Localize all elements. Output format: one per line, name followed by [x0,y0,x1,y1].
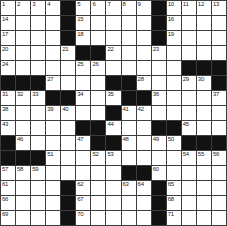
letter-cell[interactable] [91,181,105,195]
letter-cell[interactable]: 4 [46,1,60,15]
clue-number: 46 [17,136,23,143]
letter-cell[interactable]: 53 [106,151,120,165]
block-cell [106,136,120,150]
letter-cell[interactable] [31,181,45,195]
block-cell [152,31,166,45]
block-cell [61,31,75,45]
letter-cell[interactable] [106,196,120,210]
clue-number: 31 [2,91,8,98]
clue-number: 55 [198,151,204,158]
clue-number: 67 [77,196,83,203]
letter-cell[interactable] [167,91,181,105]
letter-cell[interactable]: 1 [1,1,15,15]
letter-cell[interactable] [16,211,30,225]
clue-number: 51 [47,151,53,158]
letter-cell[interactable] [76,151,90,165]
clue-number: 30 [198,76,204,83]
block-cell [31,151,45,165]
letter-cell[interactable] [31,121,45,135]
block-cell [16,151,30,165]
block-cell [182,136,196,150]
letter-cell[interactable] [212,46,226,60]
letter-cell[interactable]: 25 [76,61,90,75]
letter-cell[interactable] [106,181,120,195]
clue-number: 40 [62,106,68,113]
block-cell [182,61,196,75]
clue-number: 18 [77,31,83,38]
letter-cell[interactable] [31,16,45,30]
letter-cell[interactable] [167,166,181,180]
letter-cell[interactable] [137,151,151,165]
block-cell [122,91,136,105]
letter-cell[interactable] [76,166,90,180]
clue-number: 23 [153,46,159,53]
clue-number: 50 [168,136,174,143]
block-cell [122,166,136,180]
clue-number: 17 [2,31,8,38]
letter-cell[interactable] [106,166,120,180]
letter-cell[interactable]: 64 [137,181,151,195]
block-cell [16,76,30,90]
letter-cell[interactable] [212,181,226,195]
letter-cell[interactable]: 21 [61,46,75,60]
letter-cell[interactable]: 22 [106,46,120,60]
block-cell [1,76,15,90]
letter-cell[interactable]: 70 [76,211,90,225]
letter-cell[interactable] [31,136,45,150]
letter-cell[interactable] [197,121,211,135]
letter-cell[interactable] [91,16,105,30]
clue-number: 11 [183,1,189,8]
letter-cell[interactable]: 36 [152,91,166,105]
letter-cell[interactable] [122,121,136,135]
letter-cell[interactable] [167,151,181,165]
letter-cell[interactable]: 30 [197,76,211,90]
letter-cell[interactable]: 32 [16,91,30,105]
letter-cell[interactable] [106,211,120,225]
clue-number: 48 [123,136,129,143]
letter-cell[interactable] [137,46,151,60]
clue-number: 54 [183,151,189,158]
letter-cell[interactable] [31,61,45,75]
letter-cell[interactable]: 9 [137,1,151,15]
letter-cell[interactable] [122,16,136,30]
clue-number: 44 [107,121,113,128]
clue-number: 58 [17,166,23,173]
block-cell [76,46,90,60]
letter-cell[interactable] [31,196,45,210]
clue-number: 71 [168,211,174,218]
letter-cell[interactable] [122,151,136,165]
letter-cell[interactable] [137,121,151,135]
letter-cell[interactable]: 16 [167,16,181,30]
block-cell [76,121,90,135]
letter-cell[interactable] [46,46,60,60]
clue-number: 52 [92,151,98,158]
block-cell [212,76,226,90]
block-cell [137,166,151,180]
letter-cell[interactable] [197,166,211,180]
clue-number: 5 [77,1,80,8]
letter-cell[interactable]: 60 [152,166,166,180]
letter-cell[interactable] [152,61,166,75]
clue-number: 61 [2,181,8,188]
block-cell [152,211,166,225]
letter-cell[interactable]: 50 [167,136,181,150]
letter-cell[interactable] [61,136,75,150]
clue-number: 19 [168,31,174,38]
letter-cell[interactable] [46,61,60,75]
letter-cell[interactable] [212,211,226,225]
clue-number: 32 [17,91,23,98]
block-cell [137,91,151,105]
block-cell [122,76,136,90]
clue-number: 29 [183,76,189,83]
clue-number: 7 [107,1,110,8]
block-cell [46,91,60,105]
clue-number: 12 [198,1,204,8]
clue-number: 70 [77,211,83,218]
letter-cell[interactable] [31,46,45,60]
letter-cell[interactable]: 15 [76,16,90,30]
letter-cell[interactable] [122,61,136,75]
letter-cell[interactable]: 46 [16,136,30,150]
clue-number: 1 [2,1,5,8]
block-cell [61,1,75,15]
letter-cell[interactable] [106,31,120,45]
letter-cell[interactable] [46,196,60,210]
letter-cell[interactable]: 18 [76,31,90,45]
letter-cell[interactable] [16,31,30,45]
letter-cell[interactable] [61,166,75,180]
letter-cell[interactable]: 47 [76,136,90,150]
block-cell [152,196,166,210]
letter-cell[interactable]: 43 [1,121,15,135]
letter-cell[interactable]: 19 [167,31,181,45]
letter-cell[interactable] [91,76,105,90]
letter-cell[interactable] [122,31,136,45]
letter-cell[interactable] [31,211,45,225]
letter-cell[interactable]: 28 [137,76,151,90]
clue-number: 53 [107,151,113,158]
block-cell [212,136,226,150]
letter-cell[interactable] [61,151,75,165]
clue-number: 20 [2,46,8,53]
crossword-grid: 1234567891011121314151617181920212223242… [0,0,227,226]
letter-cell[interactable] [46,16,60,30]
letter-cell[interactable]: 34 [76,91,90,105]
letter-cell[interactable]: 38 [1,106,15,120]
letter-cell[interactable]: 51 [46,151,60,165]
clue-number: 27 [47,76,53,83]
letter-cell[interactable]: 5 [76,1,90,15]
letter-cell[interactable]: 67 [76,196,90,210]
clue-number: 34 [77,91,83,98]
letter-cell[interactable]: 55 [197,151,211,165]
letter-cell[interactable] [182,196,196,210]
clue-number: 24 [2,61,8,68]
letter-cell[interactable] [61,121,75,135]
crossword-puzzle: 1234567891011121314151617181920212223242… [0,0,227,226]
block-cell [61,196,75,210]
letter-cell[interactable] [197,211,211,225]
clue-number: 2 [17,1,20,8]
letter-cell[interactable]: 63 [122,181,136,195]
letter-cell[interactable] [182,16,196,30]
block-cell [152,16,166,30]
block-cell [91,136,105,150]
letter-cell[interactable] [167,46,181,60]
letter-cell[interactable] [122,46,136,60]
letter-cell[interactable]: 54 [182,151,196,165]
letter-cell[interactable] [182,31,196,45]
clue-number: 26 [92,61,98,68]
letter-cell[interactable] [31,31,45,45]
letter-cell[interactable] [137,196,151,210]
letter-cell[interactable] [91,106,105,120]
letter-cell[interactable]: 39 [46,106,60,120]
letter-cell[interactable]: 41 [122,106,136,120]
letter-cell[interactable] [76,76,90,90]
block-cell [1,151,15,165]
clue-number: 14 [2,16,8,23]
block-cell [152,121,166,135]
letter-cell[interactable] [16,181,30,195]
block-cell [167,121,181,135]
clue-number: 3 [32,1,35,8]
clue-number: 41 [123,106,129,113]
letter-cell[interactable] [91,196,105,210]
clue-number: 60 [153,166,159,173]
letter-cell[interactable] [16,46,30,60]
block-cell [1,136,15,150]
clue-number: 59 [32,166,38,173]
clue-number: 9 [138,1,141,8]
letter-cell[interactable]: 52 [91,151,105,165]
letter-cell[interactable] [46,136,60,150]
letter-cell[interactable] [137,31,151,45]
block-cell [61,91,75,105]
letter-cell[interactable] [106,16,120,30]
clue-number: 28 [138,76,144,83]
letter-cell[interactable]: 40 [61,106,75,120]
letter-cell[interactable] [31,106,45,120]
letter-cell[interactable] [76,106,90,120]
block-cell [31,76,45,90]
letter-cell[interactable]: 49 [152,136,166,150]
letter-cell[interactable]: 8 [122,1,136,15]
letter-cell[interactable]: 58 [16,166,30,180]
letter-cell[interactable] [46,121,60,135]
letter-cell[interactable]: 24 [1,61,15,75]
letter-cell[interactable] [46,211,60,225]
letter-cell[interactable] [46,31,60,45]
letter-cell[interactable] [137,16,151,30]
block-cell [106,76,120,90]
clue-number: 45 [183,121,189,128]
clue-number: 36 [153,91,159,98]
letter-cell[interactable] [106,61,120,75]
letter-cell[interactable] [122,211,136,225]
clue-number: 43 [2,121,8,128]
letter-cell[interactable]: 66 [1,196,15,210]
block-cell [212,61,226,75]
letter-cell[interactable] [197,91,211,105]
clue-number: 42 [138,106,144,113]
letter-cell[interactable] [91,91,105,105]
letter-cell[interactable] [197,196,211,210]
clue-number: 6 [92,1,95,8]
clue-number: 66 [2,196,8,203]
letter-cell[interactable] [182,181,196,195]
letter-cell[interactable] [61,76,75,90]
letter-cell[interactable] [91,31,105,45]
letter-cell[interactable]: 13 [212,1,226,15]
block-cell [152,181,166,195]
letter-cell[interactable]: 56 [212,151,226,165]
letter-cell[interactable]: 62 [76,181,90,195]
clue-number: 63 [123,181,129,188]
clue-number: 56 [213,151,219,158]
clue-number: 21 [62,46,68,53]
letter-cell[interactable] [167,76,181,90]
letter-cell[interactable]: 3 [31,1,45,15]
letter-cell[interactable] [137,136,151,150]
clue-number: 35 [107,91,113,98]
letter-cell[interactable]: 10 [167,1,181,15]
clue-number: 4 [47,1,50,8]
clue-number: 49 [153,136,159,143]
clue-number: 65 [168,181,174,188]
letter-cell[interactable]: 14 [1,16,15,30]
letter-cell[interactable] [197,106,211,120]
letter-cell[interactable]: 12 [197,1,211,15]
letter-cell[interactable]: 7 [106,1,120,15]
letter-cell[interactable] [122,196,136,210]
letter-cell[interactable] [212,196,226,210]
letter-cell[interactable] [46,181,60,195]
block-cell [152,1,166,15]
letter-cell[interactable]: 71 [167,211,181,225]
letter-cell[interactable] [46,166,60,180]
letter-cell[interactable] [197,46,211,60]
letter-cell[interactable]: 27 [46,76,60,90]
letter-cell[interactable]: 44 [106,121,120,135]
letter-cell[interactable]: 11 [182,1,196,15]
letter-cell[interactable] [212,106,226,120]
letter-cell[interactable]: 65 [167,181,181,195]
letter-cell[interactable] [197,16,211,30]
block-cell [197,136,211,150]
clue-number: 22 [107,46,113,53]
letter-cell[interactable]: 48 [122,136,136,150]
letter-cell[interactable]: 69 [1,211,15,225]
letter-cell[interactable] [16,196,30,210]
clue-number: 37 [213,91,219,98]
block-cell [61,181,75,195]
clue-number: 13 [213,1,219,8]
clue-number: 33 [32,91,38,98]
letter-cell[interactable] [91,211,105,225]
block-cell [197,61,211,75]
letter-cell[interactable] [212,16,226,30]
letter-cell[interactable]: 37 [212,91,226,105]
clue-number: 10 [168,1,174,8]
letter-cell[interactable] [182,91,196,105]
letter-cell[interactable] [91,166,105,180]
letter-cell[interactable]: 59 [31,166,45,180]
letter-cell[interactable] [167,61,181,75]
letter-cell[interactable]: 23 [152,46,166,60]
letter-cell[interactable] [152,76,166,90]
letter-cell[interactable]: 33 [31,91,45,105]
letter-cell[interactable] [212,31,226,45]
clue-number: 47 [77,136,83,143]
clue-number: 62 [77,181,83,188]
letter-cell[interactable] [152,106,166,120]
clue-number: 8 [123,1,126,8]
letter-cell[interactable] [16,16,30,30]
letter-cell[interactable] [152,151,166,165]
block-cell [91,121,105,135]
letter-cell[interactable] [182,46,196,60]
clue-number: 57 [2,166,8,173]
letter-cell[interactable]: 57 [1,166,15,180]
letter-cell[interactable]: 35 [106,91,120,105]
letter-cell[interactable]: 68 [167,196,181,210]
letter-cell[interactable]: 20 [1,46,15,60]
block-cell [106,106,120,120]
letter-cell[interactable] [182,106,196,120]
clue-number: 15 [77,16,83,23]
letter-cell[interactable]: 26 [91,61,105,75]
block-cell [61,16,75,30]
clue-number: 69 [2,211,8,218]
letter-cell[interactable]: 42 [137,106,151,120]
clue-number: 39 [47,106,53,113]
clue-number: 16 [168,16,174,23]
letter-cell[interactable] [16,106,30,120]
letter-cell[interactable]: 61 [1,181,15,195]
letter-cell[interactable]: 31 [1,91,15,105]
letter-cell[interactable] [197,31,211,45]
letter-cell[interactable] [16,121,30,135]
letter-cell[interactable] [212,121,226,135]
letter-cell[interactable] [167,106,181,120]
letter-cell[interactable] [137,211,151,225]
clue-number: 64 [138,181,144,188]
letter-cell[interactable] [137,61,151,75]
letter-cell[interactable] [61,61,75,75]
clue-number: 25 [77,61,83,68]
block-cell [61,211,75,225]
letter-cell[interactable]: 6 [91,1,105,15]
clue-number: 38 [2,106,8,113]
letter-cell[interactable] [182,166,196,180]
letter-cell[interactable]: 2 [16,1,30,15]
letter-cell[interactable]: 45 [182,121,196,135]
letter-cell[interactable]: 17 [1,31,15,45]
clue-number: 68 [168,196,174,203]
letter-cell[interactable] [16,61,30,75]
letter-cell[interactable] [212,166,226,180]
letter-cell[interactable] [182,211,196,225]
letter-cell[interactable] [197,181,211,195]
block-cell [91,46,105,60]
letter-cell[interactable]: 29 [182,76,196,90]
